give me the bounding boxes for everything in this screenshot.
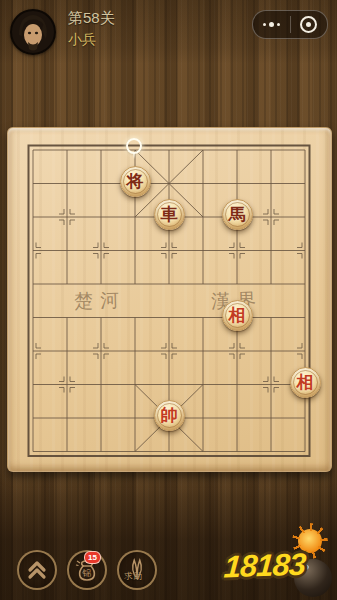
dot-icon	[269, 22, 274, 27]
close-minigame-button[interactable]	[291, 11, 328, 38]
dot-icon	[277, 23, 280, 26]
circle-target-icon	[300, 16, 317, 33]
river-label-left: 楚河	[74, 287, 127, 314]
collapse-menu-button[interactable]	[17, 550, 57, 590]
player-portrait-icon	[10, 9, 56, 55]
double-chevron-up-icon	[24, 557, 50, 583]
more-menu-button[interactable]	[253, 11, 290, 38]
piece-character: 相	[291, 368, 320, 397]
bag-character: 锦	[82, 568, 92, 578]
piece-black-general[interactable]: 将	[120, 166, 151, 197]
help-label: 求助	[124, 571, 143, 583]
piece-character: 馬	[223, 200, 252, 229]
watermark-logo: 18183	[223, 547, 307, 586]
hint-count-badge: 15	[84, 551, 101, 564]
piece-black-horse[interactable]: 馬	[222, 199, 253, 230]
dot-icon	[263, 23, 266, 26]
piece-character: 帥	[155, 401, 184, 430]
wechat-capsule	[252, 10, 328, 39]
level-label: 第58关	[68, 9, 115, 28]
piece-character: 将	[121, 167, 150, 196]
avatar	[10, 9, 56, 55]
last-move-origin-marker	[126, 138, 142, 154]
piece-black-chariot[interactable]: 車	[154, 199, 185, 230]
piece-red-general[interactable]: 帥	[154, 400, 185, 431]
player-rank-label: 小兵	[68, 31, 96, 49]
piece-character: 車	[155, 200, 184, 229]
piece-red-elephant[interactable]: 相	[290, 367, 321, 398]
piece-red-elephant[interactable]: 相	[222, 300, 253, 331]
ask-help-button[interactable]	[117, 550, 157, 590]
piece-character: 相	[223, 301, 252, 330]
app-screen: 第58关 小兵 楚河 漢界 将車馬相相帥 锦	[0, 0, 337, 600]
